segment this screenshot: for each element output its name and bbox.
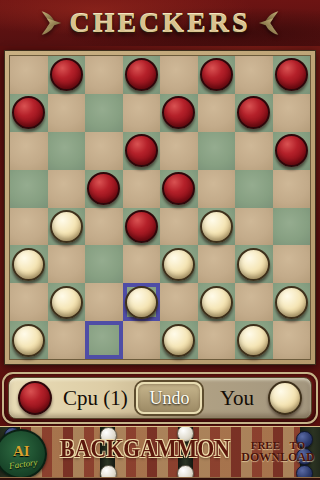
- square-r5c0[interactable]: [10, 245, 48, 283]
- square-r4c1[interactable]: [48, 208, 86, 246]
- board-grid: [9, 55, 311, 360]
- red-piece[interactable]: [87, 172, 120, 205]
- red-piece[interactable]: [237, 96, 270, 129]
- square-r3c0[interactable]: [10, 170, 48, 208]
- square-r4c4: [160, 208, 198, 246]
- square-r6c4: [160, 283, 198, 321]
- cpu-player-label: Cpu (1): [63, 386, 128, 411]
- square-r1c0[interactable]: [10, 94, 48, 132]
- square-r1c6[interactable]: [235, 94, 273, 132]
- title-ornament-left-icon: [40, 10, 62, 36]
- white-piece[interactable]: [12, 324, 45, 357]
- square-r3c1: [48, 170, 86, 208]
- white-piece[interactable]: [200, 286, 233, 319]
- white-piece[interactable]: [200, 210, 233, 243]
- square-r6c7[interactable]: [273, 283, 311, 321]
- red-piece[interactable]: [50, 58, 83, 91]
- square-r0c3[interactable]: [123, 56, 161, 94]
- square-r5c2[interactable]: [85, 245, 123, 283]
- red-piece[interactable]: [125, 58, 158, 91]
- square-r6c1[interactable]: [48, 283, 86, 321]
- undo-button[interactable]: Undo: [136, 382, 202, 414]
- cpu-red-piece-icon: [18, 381, 52, 415]
- square-r3c2[interactable]: [85, 170, 123, 208]
- square-r3c6[interactable]: [235, 170, 273, 208]
- square-r0c2: [85, 56, 123, 94]
- square-r7c2[interactable]: [85, 321, 123, 359]
- status-bar-frame: Cpu (1) Undo You: [2, 372, 318, 424]
- white-piece[interactable]: [12, 248, 45, 281]
- status-bar: Cpu (1) Undo You: [8, 377, 312, 419]
- square-r7c4[interactable]: [160, 321, 198, 359]
- square-r7c3: [123, 321, 161, 359]
- square-r7c7: [273, 321, 311, 359]
- square-r5c6[interactable]: [235, 245, 273, 283]
- red-piece[interactable]: [12, 96, 45, 129]
- square-r5c4[interactable]: [160, 245, 198, 283]
- square-r1c2[interactable]: [85, 94, 123, 132]
- square-r0c7[interactable]: [273, 56, 311, 94]
- square-r7c5: [198, 321, 236, 359]
- ad-offer-line2: DOWNLOAD: [237, 451, 319, 463]
- square-r7c1: [48, 321, 86, 359]
- square-r0c1[interactable]: [48, 56, 86, 94]
- square-r0c6: [235, 56, 273, 94]
- ai-factory-logo[interactable]: AI Factory: [0, 429, 47, 478]
- square-r4c6: [235, 208, 273, 246]
- white-piece[interactable]: [237, 248, 270, 281]
- red-piece[interactable]: [275, 134, 308, 167]
- square-r7c0[interactable]: [10, 321, 48, 359]
- app-screen: CHECKERS Cpu (1) Undo You: [0, 0, 320, 480]
- square-r6c2: [85, 283, 123, 321]
- square-r0c4: [160, 56, 198, 94]
- white-piece[interactable]: [162, 324, 195, 357]
- square-r3c7: [273, 170, 311, 208]
- square-r7c6[interactable]: [235, 321, 273, 359]
- square-r2c2: [85, 132, 123, 170]
- white-piece[interactable]: [125, 286, 158, 319]
- white-piece[interactable]: [162, 248, 195, 281]
- square-r4c5[interactable]: [198, 208, 236, 246]
- title-bar: CHECKERS: [0, 0, 320, 46]
- square-r6c3[interactable]: [123, 283, 161, 321]
- square-r0c5[interactable]: [198, 56, 236, 94]
- square-r3c4[interactable]: [160, 170, 198, 208]
- square-r1c5: [198, 94, 236, 132]
- square-r5c1: [48, 245, 86, 283]
- square-r6c0: [10, 283, 48, 321]
- square-r0c0: [10, 56, 48, 94]
- square-r2c3[interactable]: [123, 132, 161, 170]
- ad-title: BACKGAMMON: [57, 434, 233, 464]
- square-r1c1: [48, 94, 86, 132]
- square-r2c0: [10, 132, 48, 170]
- square-r2c5[interactable]: [198, 132, 236, 170]
- square-r4c3[interactable]: [123, 208, 161, 246]
- title-ornament-right-icon: [258, 10, 280, 36]
- white-piece[interactable]: [50, 210, 83, 243]
- square-r5c3: [123, 245, 161, 283]
- ad-banner[interactable]: AI Factory BACKGAMMON FREE TO DOWNLOAD: [0, 426, 320, 478]
- square-r2c1[interactable]: [48, 132, 86, 170]
- app-title: CHECKERS: [69, 7, 250, 39]
- square-r3c3: [123, 170, 161, 208]
- square-r5c5: [198, 245, 236, 283]
- square-r4c2: [85, 208, 123, 246]
- checkers-board: [4, 50, 316, 365]
- square-r1c3: [123, 94, 161, 132]
- square-r6c6: [235, 283, 273, 321]
- red-piece[interactable]: [125, 134, 158, 167]
- ad-offer: FREE TO DOWNLOAD: [237, 439, 319, 463]
- square-r2c7[interactable]: [273, 132, 311, 170]
- red-piece[interactable]: [125, 210, 158, 243]
- square-r2c4: [160, 132, 198, 170]
- square-r4c0: [10, 208, 48, 246]
- square-r1c7: [273, 94, 311, 132]
- square-r5c7: [273, 245, 311, 283]
- square-r6c5[interactable]: [198, 283, 236, 321]
- white-piece[interactable]: [50, 286, 83, 319]
- you-white-piece-icon: [268, 381, 302, 415]
- white-piece[interactable]: [237, 324, 270, 357]
- white-piece[interactable]: [275, 286, 308, 319]
- red-piece[interactable]: [162, 172, 195, 205]
- square-r1c4[interactable]: [160, 94, 198, 132]
- square-r4c7[interactable]: [273, 208, 311, 246]
- square-r2c6: [235, 132, 273, 170]
- you-player-label: You: [220, 386, 254, 411]
- red-piece[interactable]: [162, 96, 195, 129]
- square-r3c5: [198, 170, 236, 208]
- red-piece[interactable]: [200, 58, 233, 91]
- red-piece[interactable]: [275, 58, 308, 91]
